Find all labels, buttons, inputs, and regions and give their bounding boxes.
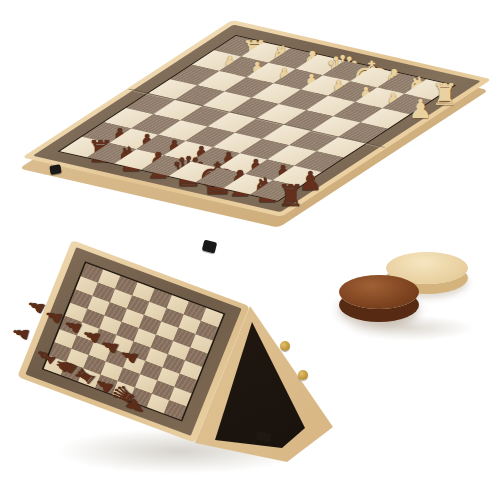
product-photo-scene: ♜♞♝♛♚♝♞♜♟♟♟♟♟♟♟♟♟♟♟♟♟♟♟♟♜♞♝♛♚♝♞♜ ♟♟♟♟♟♟♟… [0, 0, 500, 500]
magnetic-piece-dark-pawn[interactable]: ♟ [122, 395, 150, 418]
chess-piece-light-pawn[interactable]: ♟ [409, 96, 432, 122]
checkers-discs-shadow [345, 315, 475, 341]
chess-piece-light-rook[interactable]: ♜ [431, 80, 458, 110]
brass-pin-top [280, 341, 290, 351]
chess-piece-dark-rook[interactable]: ♜ [277, 181, 304, 211]
open-chess-board: ♜♞♝♛♚♝♞♜♟♟♟♟♟♟♟♟♟♟♟♟♟♟♟♟♜♞♝♛♚♝♞♜ [22, 20, 492, 217]
metal-clasp-front [202, 240, 217, 254]
metal-clasp-left [49, 164, 61, 175]
magnetic-piece-dark-pawn[interactable]: ♟ [10, 324, 33, 343]
magnetic-piece-dark-pawn[interactable]: ♟ [117, 346, 142, 367]
brass-pin-bottom [298, 370, 308, 380]
checkers-disc-dark[interactable] [339, 275, 419, 309]
